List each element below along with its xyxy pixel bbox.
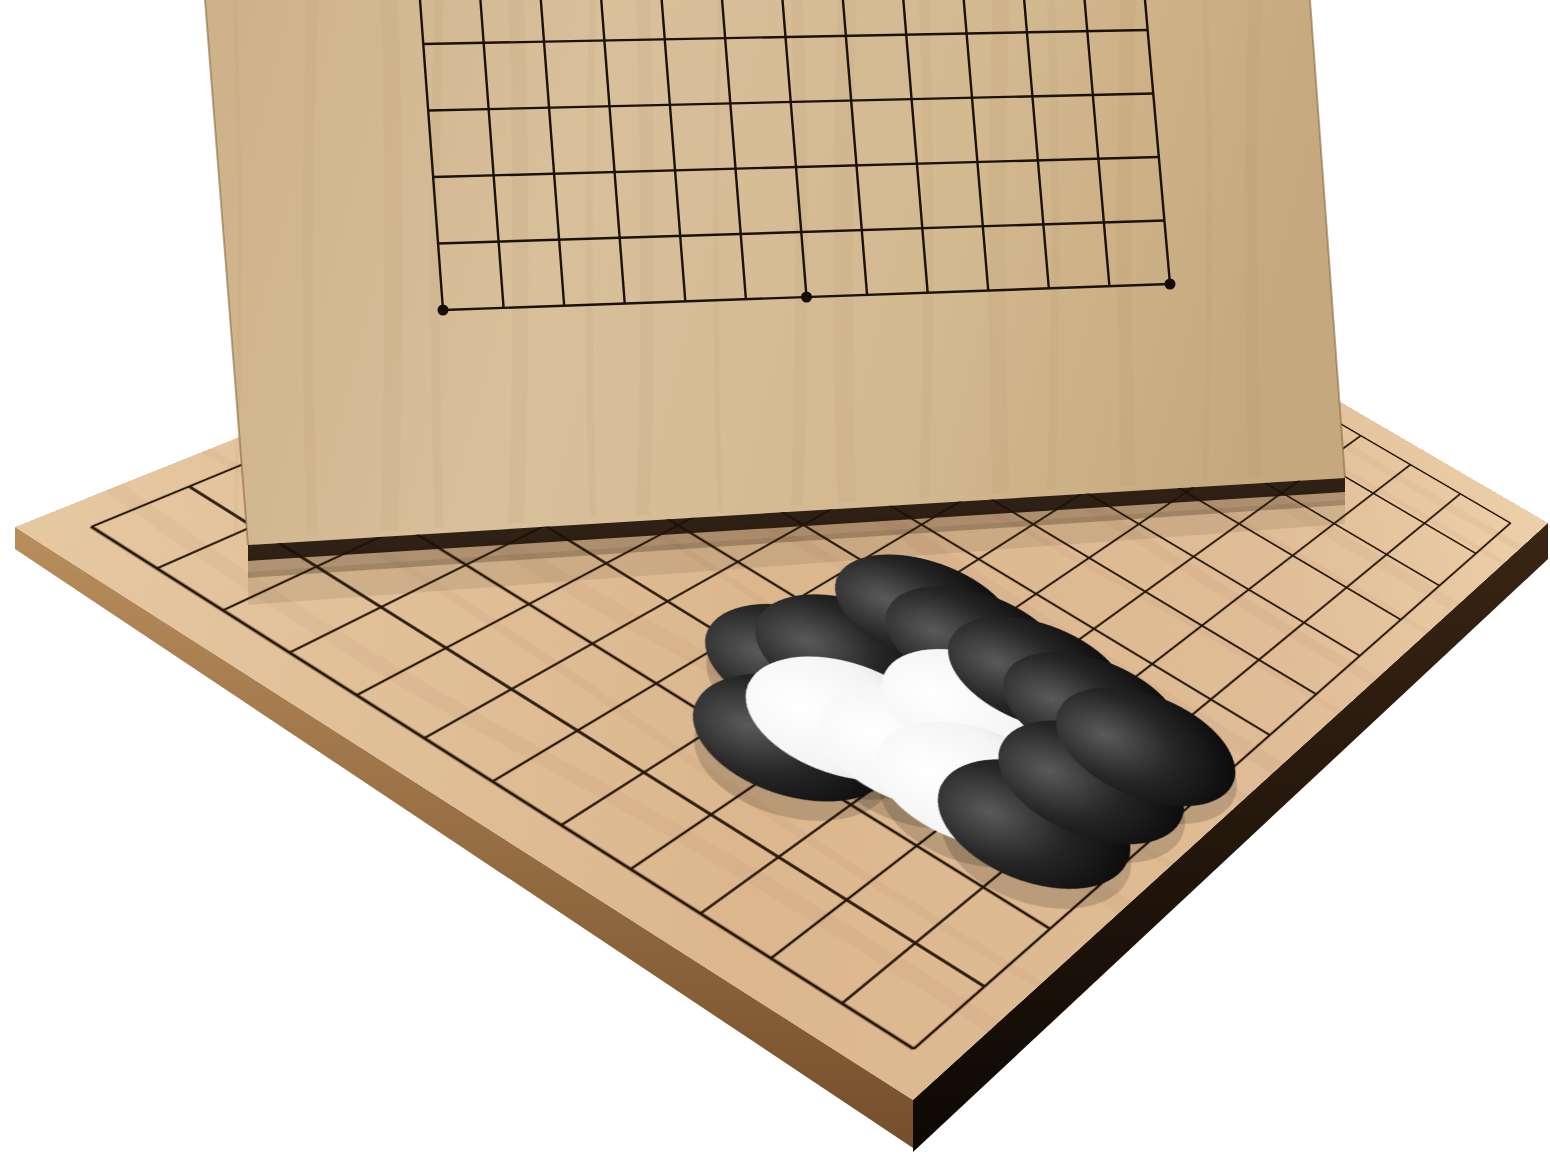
edge-star-dot <box>438 305 449 316</box>
edge-star-dot <box>1165 279 1176 290</box>
edge-star-dot <box>801 292 812 303</box>
standing-board-wood <box>205 0 1345 545</box>
standing-go-board <box>0 0 1550 1154</box>
scene <box>0 0 1550 1154</box>
